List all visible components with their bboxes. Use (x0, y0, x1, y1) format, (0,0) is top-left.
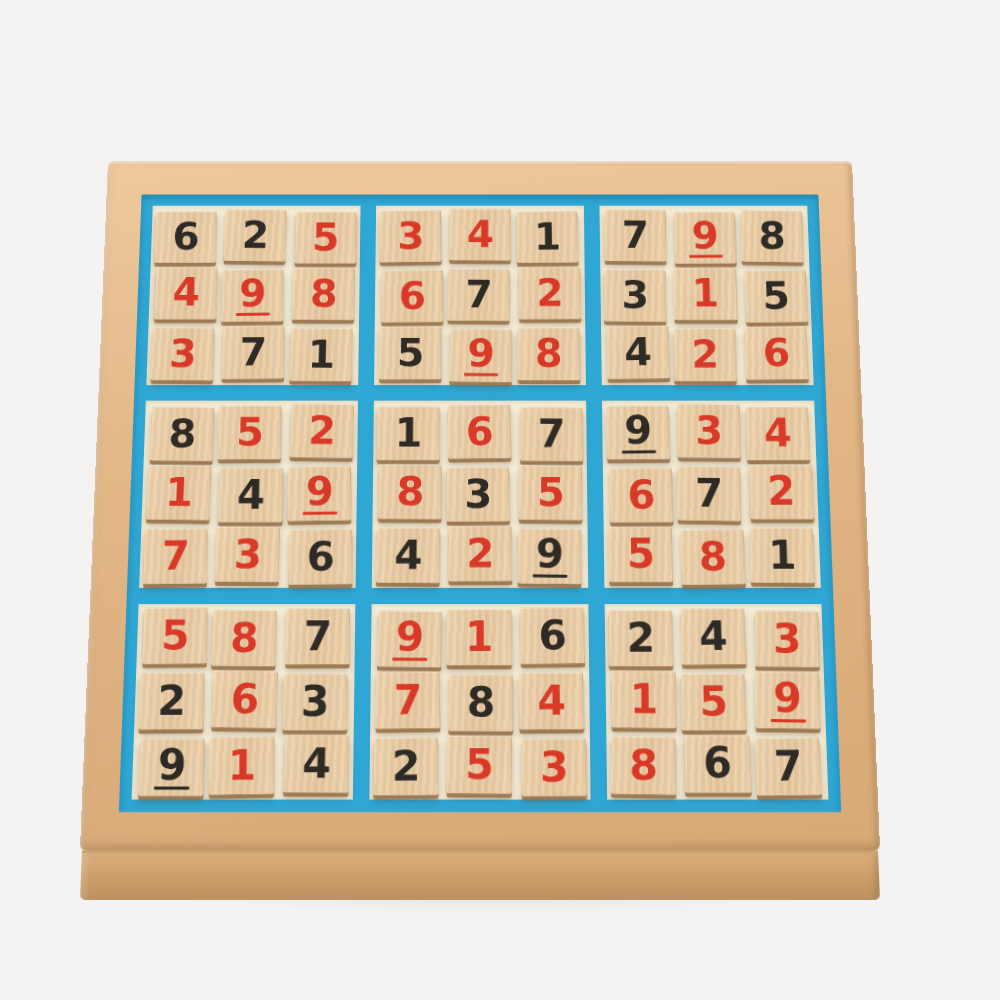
tile-r5c5[interactable]: 3 (447, 467, 511, 522)
tile-r5c7[interactable]: 6 (609, 468, 674, 523)
cell-r7c9: 3 (751, 608, 819, 666)
cell-r8c8: 5 (681, 671, 749, 730)
cell-r5c4: 8 (377, 465, 443, 521)
cell-r1c3: 5 (292, 209, 357, 262)
tile-digit: 2 (242, 215, 271, 253)
tile-digit: 8 (396, 471, 424, 511)
tile-digit: 4 (394, 534, 423, 574)
tile-digit: 3 (464, 473, 492, 513)
tile-digit: 7 (537, 413, 565, 452)
tile-digit: 8 (758, 216, 786, 254)
cell-r3c3: 1 (290, 326, 355, 381)
cell-r4c9: 4 (746, 405, 813, 461)
tile-digit: 9 (688, 216, 722, 257)
tile-digit: 5 (761, 276, 790, 314)
tile-digit: 2 (536, 273, 564, 311)
tile-r2c4[interactable]: 6 (381, 270, 443, 323)
tile-r3c7[interactable]: 4 (606, 325, 670, 379)
tile-digit: 4 (763, 413, 792, 452)
tile-digit: 3 (772, 617, 801, 658)
cell-r3c4: 5 (378, 326, 443, 381)
cell-r9c6: 3 (519, 736, 587, 796)
tile-digit: 9 (770, 676, 805, 722)
cell-r1c6: 1 (517, 209, 581, 262)
tile-r3c1[interactable]: 3 (151, 327, 215, 380)
tile-r6c7[interactable]: 5 (609, 527, 674, 582)
tile-r8c8[interactable]: 5 (681, 673, 747, 730)
tile-digit: 1 (691, 274, 719, 312)
tile-digit: 3 (301, 680, 330, 721)
tile-r1c4[interactable]: 3 (380, 210, 442, 262)
tile-digit: 9 (532, 533, 566, 578)
tile-r5c3[interactable]: 9 (287, 466, 351, 521)
tile-digit: 1 (164, 472, 194, 512)
cell-r6c5: 2 (447, 527, 513, 584)
tile-digit: 8 (309, 274, 337, 312)
tile-digit: 1 (533, 217, 561, 255)
block-3-3: 243159867 (605, 604, 829, 800)
block-2-1: 852149736 (139, 401, 358, 588)
cell-r1c5: 4 (448, 209, 512, 262)
cell-r9c5: 5 (446, 736, 514, 796)
cell-r6c1: 7 (143, 527, 211, 584)
cell-r5c2: 4 (216, 465, 283, 521)
tile-r4c5[interactable]: 6 (448, 404, 512, 459)
tile-digit: 3 (234, 533, 263, 573)
tile-digit: 4 (301, 742, 331, 784)
tile-digit: 7 (773, 744, 804, 786)
tile-r5c9[interactable]: 2 (749, 465, 814, 519)
tile-r7c9[interactable]: 3 (754, 611, 820, 668)
tile-digit: 6 (538, 614, 567, 655)
tile-r5c6[interactable]: 5 (519, 465, 583, 520)
cell-r3c5: 9 (448, 326, 513, 381)
tile-r6c9[interactable]: 1 (749, 528, 814, 583)
cell-r4c7: 9 (606, 405, 672, 461)
tile-digit: 6 (703, 742, 733, 784)
cell-r4c4: 1 (377, 405, 442, 461)
cell-r5c8: 7 (677, 465, 744, 521)
tile-r8c7[interactable]: 1 (612, 671, 677, 728)
tile-r4c2[interactable]: 5 (218, 405, 282, 459)
tile-r4c7[interactable]: 9 (606, 405, 670, 459)
tile-digit: 2 (691, 334, 719, 373)
tile-r8c9[interactable]: 9 (754, 671, 820, 729)
cell-r2c9: 5 (742, 268, 808, 322)
tile-r3c5[interactable]: 9 (450, 329, 513, 383)
cell-r8c3: 3 (283, 671, 351, 730)
tile-r4c3[interactable]: 2 (289, 404, 354, 459)
cell-r7c4: 9 (375, 608, 442, 666)
tile-r9c1[interactable]: 9 (138, 738, 205, 796)
tile-r8c5[interactable]: 8 (449, 674, 514, 731)
cell-r8c4: 7 (374, 671, 441, 730)
tile-r9c5[interactable]: 5 (447, 736, 513, 794)
cell-r2c2: 9 (222, 268, 287, 322)
tile-digit: 9 (302, 470, 336, 514)
cell-r3c9: 6 (743, 326, 809, 381)
tile-r2c1[interactable]: 4 (154, 267, 218, 319)
cell-r2c3: 8 (291, 268, 356, 322)
tile-r7c8[interactable]: 4 (681, 608, 747, 665)
tile-digit: 2 (157, 679, 187, 720)
tile-r2c6[interactable]: 2 (518, 267, 581, 319)
tile-digit: 7 (622, 216, 649, 254)
cell-r4c2: 5 (218, 405, 284, 461)
tile-r1c1[interactable]: 6 (154, 211, 217, 263)
tile-r5c8[interactable]: 7 (678, 466, 742, 521)
tile-digit: 2 (467, 532, 495, 572)
tile-digit: 5 (536, 472, 564, 512)
cell-r2c1: 4 (153, 268, 219, 322)
cell-r6c8: 8 (678, 527, 745, 584)
cell-r5c1: 1 (146, 465, 213, 521)
tile-digit: 4 (172, 273, 200, 311)
cell-r9c7: 8 (610, 736, 678, 796)
block-2-2: 167835429 (372, 401, 588, 588)
cell-r6c9: 1 (749, 527, 817, 584)
cell-r5c9: 2 (747, 465, 814, 521)
tile-r7c2[interactable]: 8 (212, 610, 278, 667)
box-front-face (80, 851, 880, 900)
cell-r6c2: 3 (214, 527, 281, 584)
cell-r3c8: 2 (674, 326, 740, 381)
tile-r3c2[interactable]: 7 (222, 326, 285, 379)
tile-r2c9[interactable]: 5 (744, 270, 808, 323)
cell-r9c8: 6 (683, 736, 752, 796)
tile-digit: 5 (397, 333, 425, 372)
cell-r4c8: 3 (676, 405, 742, 461)
tile-r1c5[interactable]: 4 (450, 209, 512, 261)
tile-r7c3[interactable]: 7 (285, 608, 350, 664)
cell-r5c6: 5 (518, 465, 584, 521)
tile-r3c6[interactable]: 8 (517, 327, 580, 380)
tile-r3c9[interactable]: 6 (744, 326, 809, 379)
tile-digit: 5 (161, 614, 190, 655)
cell-r4c5: 6 (447, 405, 512, 461)
cell-r5c5: 3 (447, 465, 513, 521)
tile-r2c5[interactable]: 7 (448, 268, 511, 321)
tile-r4c1[interactable]: 8 (150, 407, 215, 461)
tile-r8c6[interactable]: 4 (518, 672, 584, 729)
tile-digit: 6 (762, 333, 791, 372)
sudoku-board: 6254983713416725987983154268521497361678… (78, 161, 882, 900)
tile-digit: 5 (627, 533, 656, 573)
tile-r7c6[interactable]: 6 (520, 607, 586, 664)
cell-r1c1: 6 (155, 209, 220, 262)
tile-digit: 4 (624, 332, 653, 371)
cell-r3c7: 4 (605, 326, 670, 381)
tile-r7c1[interactable]: 5 (142, 607, 208, 664)
block-1-2: 341672598 (374, 206, 586, 385)
tile-r9c2[interactable]: 1 (209, 736, 275, 795)
tile-digit: 8 (168, 413, 197, 452)
tile-r6c2[interactable]: 3 (215, 527, 280, 582)
tile-digit: 5 (699, 680, 729, 722)
cell-r2c7: 3 (604, 268, 669, 322)
tile-r8c2[interactable]: 6 (212, 670, 279, 728)
tile-r2c2[interactable]: 9 (222, 269, 285, 322)
block-2-3: 934672581 (602, 401, 821, 588)
tile-digit: 7 (161, 535, 190, 576)
tile-r3c4[interactable]: 5 (379, 327, 442, 380)
tile-digit: 3 (621, 275, 648, 313)
cell-r8c9: 9 (753, 671, 822, 730)
tile-digit: 3 (539, 745, 568, 787)
tile-r4c6[interactable]: 7 (520, 407, 583, 461)
tile-r4c9[interactable]: 4 (745, 406, 810, 460)
tile-digit: 6 (399, 276, 426, 314)
tile-digit: 6 (306, 536, 334, 576)
block-1-3: 798315426 (599, 206, 813, 385)
tile-digit: 1 (307, 334, 335, 373)
tile-digit: 9 (154, 743, 190, 789)
tile-r6c3[interactable]: 6 (288, 529, 352, 585)
tile-r1c7[interactable]: 7 (605, 209, 667, 261)
cell-r7c7: 2 (609, 608, 676, 666)
tile-digit: 5 (236, 412, 264, 451)
tile-digit: 7 (394, 678, 423, 720)
tile-r7c5[interactable]: 1 (447, 609, 512, 665)
cell-r5c3: 9 (287, 465, 353, 521)
tile-digit: 1 (767, 534, 796, 574)
cell-r6c3: 6 (286, 527, 353, 584)
tile-r8c1[interactable]: 2 (139, 672, 205, 729)
cell-r8c5: 8 (446, 671, 513, 730)
tile-digit: 2 (627, 617, 656, 658)
tile-r9c3[interactable]: 4 (283, 735, 349, 793)
tile-digit: 1 (228, 743, 257, 785)
tile-digit: 8 (230, 616, 260, 657)
cell-r4c3: 2 (288, 405, 354, 461)
cell-r7c2: 8 (212, 608, 280, 666)
cell-r3c2: 7 (220, 326, 286, 381)
tile-digit: 4 (699, 615, 729, 656)
tile-digit: 7 (303, 615, 332, 656)
tile-digit: 7 (465, 275, 493, 313)
cell-r9c3: 4 (281, 736, 349, 796)
tile-r4c4[interactable]: 1 (377, 406, 440, 460)
cell-r7c5: 1 (447, 608, 514, 666)
tile-digit: 7 (240, 332, 268, 371)
cell-r7c8: 4 (680, 608, 748, 666)
tile-r9c9[interactable]: 7 (754, 737, 822, 796)
cell-r2c4: 6 (379, 268, 443, 322)
cell-r3c1: 3 (150, 326, 216, 381)
tile-digit: 9 (236, 273, 270, 315)
tile-r9c7[interactable]: 8 (611, 736, 676, 795)
tile-r6c6[interactable]: 9 (517, 528, 581, 584)
tile-r1c3[interactable]: 5 (294, 212, 357, 264)
block-1-1: 625498371 (146, 206, 360, 385)
cell-r5c7: 6 (607, 465, 673, 521)
cell-r7c6: 6 (518, 608, 585, 666)
tile-r9c4[interactable]: 2 (373, 737, 438, 795)
cell-r3c6: 8 (517, 326, 582, 381)
tile-digit: 4 (537, 679, 566, 721)
tile-digit: 1 (395, 413, 423, 452)
tile-r2c3[interactable]: 8 (292, 268, 355, 320)
tile-digit: 6 (230, 677, 260, 719)
cell-r8c7: 1 (610, 671, 678, 730)
tile-digit: 2 (307, 410, 336, 449)
tile-r4c8[interactable]: 3 (678, 404, 742, 458)
cell-r1c9: 8 (740, 209, 805, 262)
tile-r5c1[interactable]: 1 (146, 465, 212, 520)
tile-r9c8[interactable]: 6 (684, 735, 751, 793)
tile-r3c3[interactable]: 1 (289, 328, 353, 381)
tile-digit: 9 (464, 333, 498, 376)
tile-r2c8[interactable]: 1 (674, 268, 737, 320)
tile-digit: 6 (627, 474, 656, 514)
tile-digit: 5 (465, 742, 494, 784)
cell-r4c1: 8 (148, 405, 215, 461)
cell-r9c2: 1 (209, 736, 278, 796)
cell-r7c3: 7 (284, 608, 351, 666)
tile-r2c7[interactable]: 3 (604, 269, 666, 322)
block-3-1: 587263914 (132, 604, 356, 800)
tile-r8c4[interactable]: 7 (376, 671, 441, 729)
tile-digit: 1 (630, 677, 659, 719)
tile-r7c7[interactable]: 2 (608, 610, 673, 666)
tile-digit: 3 (169, 334, 198, 373)
cell-r6c7: 5 (608, 527, 675, 584)
cell-r9c9: 7 (755, 736, 824, 796)
cell-r2c6: 2 (517, 268, 581, 322)
cell-r7c1: 5 (140, 608, 208, 666)
cell-r1c4: 3 (379, 209, 443, 262)
block-3-2: 916784253 (369, 604, 590, 800)
sudoku-grid: 6254983713416725987983154268521497361678… (132, 206, 829, 800)
scene: 6254983713416725987983154268521497361678… (0, 0, 1000, 1000)
cell-r9c1: 9 (136, 736, 205, 796)
tile-digit: 6 (466, 411, 494, 450)
cell-r8c1: 2 (138, 671, 207, 730)
tile-r6c4[interactable]: 4 (376, 527, 441, 583)
tile-r1c9[interactable]: 8 (741, 210, 804, 262)
tile-digit: 6 (172, 217, 200, 255)
cell-r9c4: 2 (374, 736, 442, 796)
tile-r1c6[interactable]: 1 (516, 211, 579, 263)
tile-digit: 8 (698, 536, 728, 577)
tile-digit: 8 (467, 681, 496, 723)
cell-r6c6: 9 (518, 527, 584, 584)
board-panel: 6254983713416725987983154268521497361678… (119, 195, 842, 813)
tile-digit: 4 (237, 474, 266, 514)
cell-r8c6: 4 (518, 671, 585, 730)
cell-r1c7: 7 (603, 209, 668, 262)
tile-r6c8[interactable]: 8 (680, 529, 746, 585)
tile-r9c6[interactable]: 3 (521, 738, 587, 796)
tile-r5c2[interactable]: 4 (219, 468, 284, 523)
cell-r1c2: 2 (223, 209, 288, 262)
cell-r2c5: 7 (448, 268, 512, 322)
tile-digit: 2 (392, 744, 421, 786)
cell-r8c2: 6 (210, 671, 278, 730)
cell-r1c8: 9 (672, 209, 737, 262)
tile-digit: 9 (621, 410, 656, 453)
tile-digit: 3 (695, 410, 723, 449)
tile-r5c4[interactable]: 8 (378, 464, 442, 519)
tile-digit: 9 (392, 615, 427, 660)
tile-r3c8[interactable]: 2 (674, 328, 738, 381)
cell-r6c4: 4 (376, 527, 442, 584)
tile-r6c1[interactable]: 7 (143, 528, 208, 584)
cell-r2c8: 1 (673, 268, 738, 322)
tile-digit: 3 (397, 216, 424, 254)
tile-r1c8[interactable]: 9 (674, 212, 737, 264)
tile-digit: 1 (465, 616, 493, 657)
tile-digit: 4 (467, 215, 494, 253)
tile-digit: 5 (312, 218, 340, 256)
cell-r4c6: 7 (517, 405, 582, 461)
tile-r6c5[interactable]: 2 (449, 526, 513, 581)
tile-digit: 7 (695, 472, 723, 512)
board-frame: 6254983713416725987983154268521497361678… (80, 161, 880, 850)
tile-r8c3[interactable]: 3 (282, 673, 348, 730)
tile-digit: 8 (535, 334, 563, 372)
tile-r7c4[interactable]: 9 (377, 610, 443, 667)
tile-digit: 8 (629, 743, 658, 785)
tile-digit: 2 (767, 471, 796, 511)
tile-r1c2[interactable]: 2 (224, 209, 288, 261)
